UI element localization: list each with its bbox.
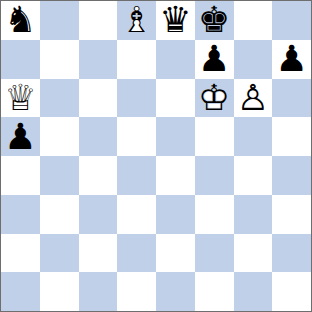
square-e5[interactable] [156, 117, 195, 156]
queen-outline-glyph: ♕ [1, 79, 40, 118]
black-queen-piece[interactable]: ♛ [156, 1, 195, 40]
white-king-piece[interactable]: ♚♔ [195, 79, 234, 118]
square-b4[interactable] [40, 156, 79, 195]
square-b6[interactable] [40, 79, 79, 118]
square-c3[interactable] [79, 195, 118, 234]
black-pawn-piece[interactable]: ♟ [272, 40, 311, 79]
white-pawn-piece[interactable]: ♟♙ [234, 79, 273, 118]
square-c2[interactable] [79, 234, 118, 273]
square-e4[interactable] [156, 156, 195, 195]
square-a4[interactable] [1, 156, 40, 195]
square-f2[interactable] [195, 234, 234, 273]
pawn-outline-glyph: ♙ [234, 79, 273, 118]
square-b1[interactable] [40, 272, 79, 311]
square-a5[interactable]: ♟ [1, 117, 40, 156]
square-a1[interactable] [1, 272, 40, 311]
square-g4[interactable] [234, 156, 273, 195]
square-d3[interactable] [117, 195, 156, 234]
square-f8[interactable]: ♚ [195, 1, 234, 40]
square-h8[interactable] [272, 1, 311, 40]
square-f4[interactable] [195, 156, 234, 195]
square-d1[interactable] [117, 272, 156, 311]
white-bishop-piece[interactable]: ♝♗ [117, 1, 156, 40]
square-h4[interactable] [272, 156, 311, 195]
square-g6[interactable]: ♟♙ [234, 79, 273, 118]
knight-glyph: ♞ [1, 1, 40, 40]
black-knight-piece[interactable]: ♞ [1, 1, 40, 40]
square-f5[interactable] [195, 117, 234, 156]
square-f3[interactable] [195, 195, 234, 234]
king-glyph: ♚ [195, 1, 234, 40]
square-g5[interactable] [234, 117, 273, 156]
square-b5[interactable] [40, 117, 79, 156]
square-e3[interactable] [156, 195, 195, 234]
square-e2[interactable] [156, 234, 195, 273]
square-d2[interactable] [117, 234, 156, 273]
king-outline-glyph: ♔ [195, 79, 234, 118]
square-d6[interactable] [117, 79, 156, 118]
square-a7[interactable] [1, 40, 40, 79]
black-pawn-piece[interactable]: ♟ [1, 117, 40, 156]
pawn-glyph: ♟ [272, 40, 311, 79]
square-e1[interactable] [156, 272, 195, 311]
square-g1[interactable] [234, 272, 273, 311]
square-d7[interactable] [117, 40, 156, 79]
square-e7[interactable] [156, 40, 195, 79]
square-c6[interactable] [79, 79, 118, 118]
queen-glyph: ♛ [156, 1, 195, 40]
square-e6[interactable] [156, 79, 195, 118]
square-h7[interactable]: ♟ [272, 40, 311, 79]
square-b3[interactable] [40, 195, 79, 234]
square-h2[interactable] [272, 234, 311, 273]
square-d4[interactable] [117, 156, 156, 195]
square-g8[interactable] [234, 1, 273, 40]
square-b7[interactable] [40, 40, 79, 79]
black-pawn-piece[interactable]: ♟ [195, 40, 234, 79]
square-c7[interactable] [79, 40, 118, 79]
square-h6[interactable] [272, 79, 311, 118]
square-h1[interactable] [272, 272, 311, 311]
square-g7[interactable] [234, 40, 273, 79]
square-a8[interactable]: ♞ [1, 1, 40, 40]
square-c5[interactable] [79, 117, 118, 156]
square-a2[interactable] [1, 234, 40, 273]
square-a3[interactable] [1, 195, 40, 234]
square-b2[interactable] [40, 234, 79, 273]
square-f6[interactable]: ♚♔ [195, 79, 234, 118]
square-f1[interactable] [195, 272, 234, 311]
square-c8[interactable] [79, 1, 118, 40]
black-king-piece[interactable]: ♚ [195, 1, 234, 40]
square-d5[interactable] [117, 117, 156, 156]
square-h3[interactable] [272, 195, 311, 234]
square-g2[interactable] [234, 234, 273, 273]
square-c1[interactable] [79, 272, 118, 311]
square-f7[interactable]: ♟ [195, 40, 234, 79]
square-g3[interactable] [234, 195, 273, 234]
square-a6[interactable]: ♛♕ [1, 79, 40, 118]
square-d8[interactable]: ♝♗ [117, 1, 156, 40]
bishop-outline-glyph: ♗ [117, 1, 156, 40]
square-h5[interactable] [272, 117, 311, 156]
pawn-glyph: ♟ [1, 117, 40, 156]
square-b8[interactable] [40, 1, 79, 40]
chess-board: ♞♝♗♛♚♟♟♛♕♚♔♟♙♟ [0, 0, 312, 312]
pawn-glyph: ♟ [195, 40, 234, 79]
square-c4[interactable] [79, 156, 118, 195]
square-e8[interactable]: ♛ [156, 1, 195, 40]
white-queen-piece[interactable]: ♛♕ [1, 79, 40, 118]
